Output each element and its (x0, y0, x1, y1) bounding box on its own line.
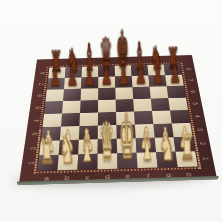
square-h7[interactable]: ♟ (165, 75, 184, 87)
white-queen[interactable]: ♛ (98, 115, 115, 168)
square-a6[interactable] (45, 89, 63, 101)
black-pawn[interactable]: ♟ (135, 61, 147, 87)
square-e1[interactable]: ♚ (117, 153, 137, 169)
square-b1[interactable]: ♞ (57, 154, 78, 170)
rank-label-left-5: 5 (28, 105, 47, 112)
black-pawn[interactable]: ♟ (49, 64, 61, 90)
rank-label-left-6: 6 (29, 93, 47, 99)
square-a1[interactable]: ♜ (37, 155, 58, 171)
black-pawn[interactable]: ♟ (152, 61, 164, 87)
chess-board: abcdefgh abcdefgh 87654321 87654321 ♜♞♝♛… (19, 55, 217, 185)
square-c7[interactable]: ♟ (81, 77, 98, 89)
square-h5[interactable] (168, 98, 188, 111)
square-d1[interactable]: ♛ (98, 153, 118, 169)
rank-label-right-6: 6 (183, 88, 201, 94)
white-bishop[interactable]: ♝ (139, 123, 155, 168)
white-bishop[interactable]: ♝ (79, 124, 95, 169)
product-photo-scene: abcdefgh abcdefgh 87654321 87654321 ♜♞♝♛… (0, 0, 222, 222)
square-a5[interactable] (44, 101, 63, 114)
black-pawn[interactable]: ♟ (66, 63, 78, 89)
square-d6[interactable] (98, 88, 116, 100)
white-knight[interactable]: ♞ (159, 128, 175, 168)
square-h1[interactable]: ♜ (176, 151, 198, 167)
rank-label-left-7: 7 (31, 81, 49, 87)
square-b6[interactable] (63, 89, 81, 101)
white-king[interactable]: ♚ (118, 106, 135, 169)
rank-label-left-8: 8 (33, 70, 50, 76)
square-c5[interactable] (80, 100, 98, 113)
rank-label-right-5: 5 (185, 100, 204, 107)
square-h6[interactable] (167, 86, 186, 98)
white-rook[interactable]: ♜ (179, 131, 195, 166)
square-d7[interactable]: ♟ (98, 77, 115, 89)
square-e7[interactable]: ♟ (115, 76, 132, 88)
square-g7[interactable]: ♟ (148, 75, 166, 87)
square-g5[interactable] (151, 98, 170, 111)
square-c6[interactable] (81, 88, 99, 100)
square-e6[interactable] (115, 87, 133, 99)
square-b7[interactable]: ♟ (64, 77, 82, 89)
board-grid: ♜♞♝♛♚♝♞♜♟♟♟♟♟♟♟♟♟♟♟♟♟♟♟♟♜♞♝♛♚♝♞♜ (37, 64, 197, 171)
square-b5[interactable] (62, 101, 81, 114)
square-g6[interactable] (150, 86, 169, 98)
white-knight[interactable]: ♞ (59, 130, 75, 170)
black-pawn[interactable]: ♟ (83, 63, 95, 89)
square-f5[interactable] (133, 99, 152, 112)
square-f6[interactable] (132, 87, 150, 99)
square-a7[interactable]: ♟ (47, 78, 65, 90)
white-rook[interactable]: ♜ (39, 135, 55, 170)
black-pawn[interactable]: ♟ (117, 62, 129, 88)
square-f7[interactable]: ♟ (132, 76, 150, 88)
square-c1[interactable]: ♝ (78, 154, 98, 170)
black-pawn[interactable]: ♟ (100, 62, 112, 88)
square-g1[interactable]: ♞ (156, 152, 178, 168)
rank-label-right-7: 7 (181, 77, 199, 83)
rank-label-right-8: 8 (180, 66, 198, 72)
black-pawn[interactable]: ♟ (169, 60, 181, 86)
square-f1[interactable]: ♝ (137, 152, 158, 168)
